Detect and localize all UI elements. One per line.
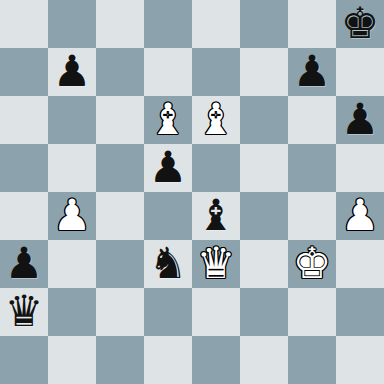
square-g7[interactable]: ♟ [288,48,336,96]
square-e6[interactable]: ♝ [192,96,240,144]
piece-white-queen[interactable]: ♛ [197,240,236,287]
square-a3[interactable]: ♟ [0,240,48,288]
piece-black-pawn[interactable]: ♟ [341,96,380,143]
square-c4[interactable] [96,192,144,240]
square-g8[interactable] [288,0,336,48]
square-f7[interactable] [240,48,288,96]
square-a6[interactable] [0,96,48,144]
square-h2[interactable] [336,288,384,336]
square-f4[interactable] [240,192,288,240]
square-g1[interactable] [288,336,336,384]
square-f3[interactable] [240,240,288,288]
square-h5[interactable] [336,144,384,192]
square-e5[interactable] [192,144,240,192]
square-b6[interactable] [48,96,96,144]
square-a4[interactable] [0,192,48,240]
square-a7[interactable] [0,48,48,96]
square-h6[interactable]: ♟ [336,96,384,144]
piece-black-king[interactable]: ♚ [341,0,380,47]
square-c8[interactable] [96,0,144,48]
piece-white-pawn[interactable]: ♟ [341,192,380,239]
square-b5[interactable] [48,144,96,192]
square-d6[interactable]: ♝ [144,96,192,144]
square-f1[interactable] [240,336,288,384]
square-b1[interactable] [48,336,96,384]
square-f5[interactable] [240,144,288,192]
piece-white-bishop[interactable]: ♝ [197,96,236,143]
square-c3[interactable] [96,240,144,288]
square-h3[interactable] [336,240,384,288]
square-f8[interactable] [240,0,288,48]
square-e7[interactable] [192,48,240,96]
square-a2[interactable]: ♛ [0,288,48,336]
square-c5[interactable] [96,144,144,192]
piece-black-pawn[interactable]: ♟ [53,48,92,95]
square-g2[interactable] [288,288,336,336]
square-d7[interactable] [144,48,192,96]
square-h4[interactable]: ♟ [336,192,384,240]
square-b2[interactable] [48,288,96,336]
square-b4[interactable]: ♟ [48,192,96,240]
piece-black-pawn[interactable]: ♟ [293,48,332,95]
square-g4[interactable] [288,192,336,240]
square-a8[interactable] [0,0,48,48]
piece-black-bishop[interactable]: ♝ [197,192,236,239]
piece-black-queen[interactable]: ♛ [5,288,44,335]
piece-black-pawn[interactable]: ♟ [149,144,188,191]
square-g3[interactable]: ♚ [288,240,336,288]
square-g6[interactable] [288,96,336,144]
square-d1[interactable] [144,336,192,384]
square-d3[interactable]: ♞ [144,240,192,288]
square-g5[interactable] [288,144,336,192]
square-e8[interactable] [192,0,240,48]
square-h1[interactable] [336,336,384,384]
piece-white-king[interactable]: ♚ [293,240,332,287]
square-b7[interactable]: ♟ [48,48,96,96]
square-e4[interactable]: ♝ [192,192,240,240]
square-a5[interactable] [0,144,48,192]
piece-white-pawn[interactable]: ♟ [53,192,92,239]
square-b8[interactable] [48,0,96,48]
square-a1[interactable] [0,336,48,384]
square-d8[interactable] [144,0,192,48]
square-c2[interactable] [96,288,144,336]
piece-white-bishop[interactable]: ♝ [149,96,188,143]
square-e2[interactable] [192,288,240,336]
square-f6[interactable] [240,96,288,144]
square-f2[interactable] [240,288,288,336]
square-d2[interactable] [144,288,192,336]
square-b3[interactable] [48,240,96,288]
square-c7[interactable] [96,48,144,96]
piece-black-knight[interactable]: ♞ [149,240,188,287]
square-c1[interactable] [96,336,144,384]
square-d5[interactable]: ♟ [144,144,192,192]
square-h7[interactable] [336,48,384,96]
square-e3[interactable]: ♛ [192,240,240,288]
square-e1[interactable] [192,336,240,384]
piece-black-pawn[interactable]: ♟ [5,240,44,287]
chess-board: ♚♟♟♝♝♟♟♟♝♟♟♞♛♚♛ [0,0,384,384]
square-c6[interactable] [96,96,144,144]
square-h8[interactable]: ♚ [336,0,384,48]
square-d4[interactable] [144,192,192,240]
